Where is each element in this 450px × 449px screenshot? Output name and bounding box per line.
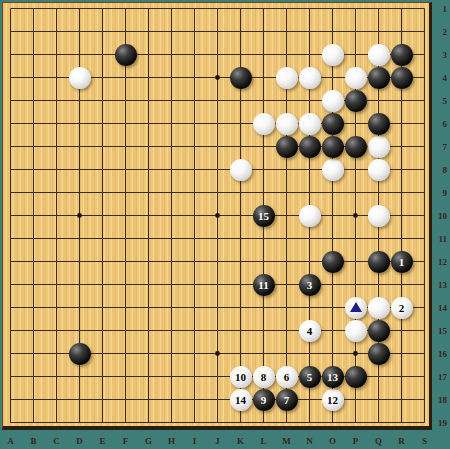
- stone-P14[interactable]: [345, 297, 367, 319]
- stone-Q7[interactable]: [368, 136, 390, 158]
- move-number-3: 3: [299, 274, 321, 296]
- stone-Q12[interactable]: [368, 251, 390, 273]
- col-label-P: P: [345, 435, 367, 447]
- stone-R3[interactable]: [391, 44, 413, 66]
- row-label-11: 11: [433, 233, 447, 245]
- star-point-D10: [77, 213, 82, 218]
- col-label-N: N: [299, 435, 321, 447]
- row-label-12: 12: [433, 256, 447, 268]
- stone-Q16[interactable]: [368, 343, 390, 365]
- stone-M18[interactable]: 7: [276, 389, 298, 411]
- star-point-P16: [353, 351, 358, 356]
- move-number-2: 2: [391, 297, 413, 319]
- star-point-J10: [215, 213, 220, 218]
- col-label-S: S: [414, 435, 436, 447]
- stone-O7[interactable]: [322, 136, 344, 158]
- col-label-E: E: [92, 435, 114, 447]
- stone-Q4[interactable]: [368, 67, 390, 89]
- stone-N6[interactable]: [299, 113, 321, 135]
- stone-Q3[interactable]: [368, 44, 390, 66]
- move-number-4: 4: [299, 320, 321, 342]
- move-number-5: 5: [299, 366, 321, 388]
- stone-L13[interactable]: 11: [253, 274, 275, 296]
- stone-O17[interactable]: 13: [322, 366, 344, 388]
- stone-N7[interactable]: [299, 136, 321, 158]
- stone-L6[interactable]: [253, 113, 275, 135]
- stone-K17[interactable]: 10: [230, 366, 252, 388]
- row-label-10: 10: [433, 210, 447, 222]
- col-label-Q: Q: [368, 435, 390, 447]
- stone-Q14[interactable]: [368, 297, 390, 319]
- stone-Q10[interactable]: [368, 205, 390, 227]
- stone-K4[interactable]: [230, 67, 252, 89]
- stone-O8[interactable]: [322, 159, 344, 181]
- row-label-2: 2: [433, 26, 447, 38]
- stone-M7[interactable]: [276, 136, 298, 158]
- col-label-J: J: [207, 435, 229, 447]
- go-app: 241086141215111351397 ABCDEFGHIJKLMNOPQR…: [0, 0, 450, 449]
- star-point-P10: [353, 213, 358, 218]
- move-number-1: 1: [391, 251, 413, 273]
- stone-N4[interactable]: [299, 67, 321, 89]
- move-number-10: 10: [230, 366, 252, 388]
- stone-O5[interactable]: [322, 90, 344, 112]
- row-label-7: 7: [433, 141, 447, 153]
- star-point-J4: [215, 75, 220, 80]
- col-label-I: I: [184, 435, 206, 447]
- row-label-5: 5: [433, 95, 447, 107]
- row-label-16: 16: [433, 348, 447, 360]
- stone-M4[interactable]: [276, 67, 298, 89]
- stone-Q6[interactable]: [368, 113, 390, 135]
- move-number-14: 14: [230, 389, 252, 411]
- stone-R12[interactable]: 1: [391, 251, 413, 273]
- stone-P7[interactable]: [345, 136, 367, 158]
- stone-P17[interactable]: [345, 366, 367, 388]
- row-label-17: 17: [433, 371, 447, 383]
- stone-D4[interactable]: [69, 67, 91, 89]
- stone-P5[interactable]: [345, 90, 367, 112]
- stone-Q8[interactable]: [368, 159, 390, 181]
- col-label-H: H: [161, 435, 183, 447]
- move-number-11: 11: [253, 274, 275, 296]
- stone-F3[interactable]: [115, 44, 137, 66]
- star-point-J16: [215, 351, 220, 356]
- col-label-F: F: [115, 435, 137, 447]
- row-label-15: 15: [433, 325, 447, 337]
- stone-L17[interactable]: 8: [253, 366, 275, 388]
- row-label-9: 9: [433, 187, 447, 199]
- col-label-D: D: [69, 435, 91, 447]
- move-number-15: 15: [253, 205, 275, 227]
- row-label-8: 8: [433, 164, 447, 176]
- row-label-4: 4: [433, 72, 447, 84]
- row-label-6: 6: [433, 118, 447, 130]
- row-label-1: 1: [433, 3, 447, 15]
- stone-L18[interactable]: 9: [253, 389, 275, 411]
- move-number-9: 9: [253, 389, 275, 411]
- stone-K8[interactable]: [230, 159, 252, 181]
- stone-P4[interactable]: [345, 67, 367, 89]
- move-number-13: 13: [322, 366, 344, 388]
- col-label-R: R: [391, 435, 413, 447]
- col-label-L: L: [253, 435, 275, 447]
- stone-L10[interactable]: 15: [253, 205, 275, 227]
- row-label-3: 3: [433, 49, 447, 61]
- col-label-A: A: [0, 435, 22, 447]
- stone-M6[interactable]: [276, 113, 298, 135]
- stone-N13[interactable]: 3: [299, 274, 321, 296]
- stone-O3[interactable]: [322, 44, 344, 66]
- move-number-6: 6: [276, 366, 298, 388]
- row-label-19: 19: [433, 417, 447, 429]
- stone-O18[interactable]: 12: [322, 389, 344, 411]
- stone-O12[interactable]: [322, 251, 344, 273]
- stone-P15[interactable]: [345, 320, 367, 342]
- row-label-18: 18: [433, 394, 447, 406]
- stone-O6[interactable]: [322, 113, 344, 135]
- move-number-7: 7: [276, 389, 298, 411]
- row-label-13: 13: [433, 279, 447, 291]
- col-label-C: C: [46, 435, 68, 447]
- move-number-8: 8: [253, 366, 275, 388]
- stone-K18[interactable]: 14: [230, 389, 252, 411]
- row-label-14: 14: [433, 302, 447, 314]
- stone-R4[interactable]: [391, 67, 413, 89]
- col-label-K: K: [230, 435, 252, 447]
- col-label-O: O: [322, 435, 344, 447]
- goban[interactable]: 241086141215111351397: [2, 2, 432, 430]
- stone-M17[interactable]: 6: [276, 366, 298, 388]
- stone-N15[interactable]: 4: [299, 320, 321, 342]
- board-grid: [3, 3, 429, 426]
- col-label-G: G: [138, 435, 160, 447]
- stone-D16[interactable]: [69, 343, 91, 365]
- stone-R14[interactable]: 2: [391, 297, 413, 319]
- stone-Q15[interactable]: [368, 320, 390, 342]
- triangle-marker: [350, 302, 362, 312]
- col-label-M: M: [276, 435, 298, 447]
- col-label-B: B: [23, 435, 45, 447]
- stone-N17[interactable]: 5: [299, 366, 321, 388]
- stone-N10[interactable]: [299, 205, 321, 227]
- move-number-12: 12: [322, 389, 344, 411]
